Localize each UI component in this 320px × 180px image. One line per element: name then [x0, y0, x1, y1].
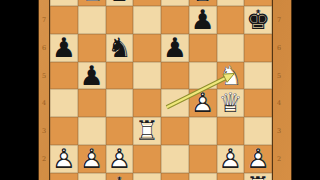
square-c7	[106, 6, 134, 34]
piece-white-Q-g4: ♛♕	[217, 89, 245, 117]
square-a7	[50, 6, 78, 34]
square-f5	[189, 62, 217, 90]
square-h6	[244, 34, 272, 62]
rank-label-right-2: 2	[273, 155, 285, 163]
square-c4	[106, 89, 134, 117]
square-h5	[244, 62, 272, 90]
piece-black-K-h7: ♔♚	[244, 6, 272, 34]
piece-white-P-g2: ♟♙	[217, 145, 245, 173]
piece-black-P-f7: ♙♟	[189, 6, 217, 34]
piece-white-P-c2: ♟♙	[106, 145, 134, 173]
rank-label-left-5: 5	[38, 72, 50, 80]
square-b4	[78, 89, 106, 117]
square-f6	[189, 34, 217, 62]
piece-white-R-d3: ♜♖	[133, 117, 161, 145]
rank-label-right-5: 5	[273, 72, 285, 80]
chess-board-diagram: 776655443322 ♞♘♗♝♝♗♙♟♔♚♙♟♘♞♙♟♙♟♞♘♟♙♛♕♜♖♟…	[0, 0, 320, 180]
piece-white-P-b2: ♟♙	[78, 145, 106, 173]
piece-white-N-g5: ♞♘	[217, 62, 245, 90]
square-g3	[217, 117, 245, 145]
square-c5	[106, 62, 134, 90]
square-f1	[189, 173, 217, 180]
square-a5	[50, 62, 78, 90]
rank-label-left-3: 3	[38, 127, 50, 135]
square-d2	[133, 145, 161, 173]
piece-black-P-b5: ♙♟	[78, 62, 106, 90]
square-g6	[217, 34, 245, 62]
piece-white-P-f4: ♟♙	[189, 89, 217, 117]
square-f2	[189, 145, 217, 173]
rank-label-left-2: 2	[38, 155, 50, 163]
square-e3	[161, 117, 189, 145]
square-c3	[106, 117, 134, 145]
rank-label-right-3: 3	[273, 127, 285, 135]
square-e7	[161, 6, 189, 34]
square-e2	[161, 145, 189, 173]
square-d4	[133, 89, 161, 117]
rank-label-left-6: 6	[38, 44, 50, 52]
rank-label-right-6: 6	[273, 44, 285, 52]
square-e4	[161, 89, 189, 117]
square-d6	[133, 34, 161, 62]
piece-black-P-e6: ♙♟	[161, 34, 189, 62]
square-b7	[78, 6, 106, 34]
rank-label-right-4: 4	[273, 99, 285, 107]
square-h4	[244, 89, 272, 117]
piece-black-N-c6: ♘♞	[106, 34, 134, 62]
square-f3	[189, 117, 217, 145]
square-a3	[50, 117, 78, 145]
square-b3	[78, 117, 106, 145]
piece-white-R-h1: ♜♖	[244, 173, 272, 180]
square-d1	[133, 173, 161, 180]
square-e1	[161, 173, 189, 180]
piece-white-N-b8: ♞♘	[78, 0, 106, 6]
square-h3	[244, 117, 272, 145]
square-a4	[50, 89, 78, 117]
piece-white-P-h2: ♟♙	[244, 145, 272, 173]
square-e5	[161, 62, 189, 90]
piece-black-P-a6: ♙♟	[50, 34, 78, 62]
piece-white-P-a2: ♟♙	[50, 145, 78, 173]
piece-white-K-c1: ♚♔	[106, 173, 134, 180]
rank-label-right-7: 7	[273, 16, 285, 24]
square-d7	[133, 6, 161, 34]
square-d5	[133, 62, 161, 90]
square-g7	[217, 6, 245, 34]
square-b6	[78, 34, 106, 62]
rank-label-left-7: 7	[38, 16, 50, 24]
piece-black-B-c8: ♗♝	[106, 0, 134, 6]
rank-label-left-4: 4	[38, 99, 50, 107]
